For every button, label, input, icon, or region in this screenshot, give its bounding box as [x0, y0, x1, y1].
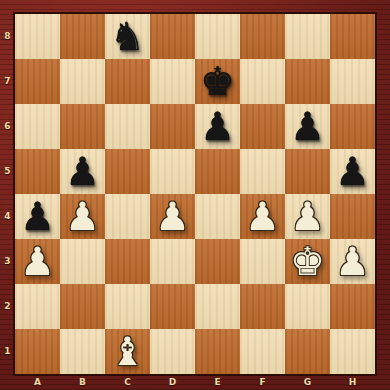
- chessboard-frame: ♞♚♟♟♟♟♟♟♟♟♟♟♚♟♝ 87654321 ABCDEFGH: [0, 0, 390, 390]
- square-b6[interactable]: [60, 104, 105, 149]
- square-c2[interactable]: [105, 284, 150, 329]
- black-king[interactable]: ♚: [200, 59, 235, 104]
- square-h4[interactable]: [330, 194, 375, 239]
- square-d6[interactable]: [150, 104, 195, 149]
- black-pawn[interactable]: ♟: [335, 149, 370, 194]
- rank-label-7: 7: [0, 59, 15, 104]
- square-g8[interactable]: [285, 14, 330, 59]
- square-g4[interactable]: ♟: [285, 194, 330, 239]
- white-pawn[interactable]: ♟: [65, 194, 100, 239]
- square-e7[interactable]: ♚: [195, 59, 240, 104]
- square-d1[interactable]: [150, 329, 195, 374]
- square-d2[interactable]: [150, 284, 195, 329]
- square-c5[interactable]: [105, 149, 150, 194]
- square-e8[interactable]: [195, 14, 240, 59]
- file-label-h: H: [330, 375, 375, 390]
- square-h2[interactable]: [330, 284, 375, 329]
- rank-label-5: 5: [0, 149, 15, 194]
- file-label-d: D: [150, 375, 195, 390]
- square-e3[interactable]: [195, 239, 240, 284]
- square-f4[interactable]: ♟: [240, 194, 285, 239]
- square-f6[interactable]: [240, 104, 285, 149]
- white-bishop[interactable]: ♝: [110, 329, 145, 374]
- square-c1[interactable]: ♝: [105, 329, 150, 374]
- square-e6[interactable]: ♟: [195, 104, 240, 149]
- white-pawn[interactable]: ♟: [155, 194, 190, 239]
- square-d5[interactable]: [150, 149, 195, 194]
- white-pawn[interactable]: ♟: [335, 239, 370, 284]
- rank-label-4: 4: [0, 194, 15, 239]
- square-g1[interactable]: [285, 329, 330, 374]
- square-d7[interactable]: [150, 59, 195, 104]
- square-f7[interactable]: [240, 59, 285, 104]
- black-pawn[interactable]: ♟: [290, 104, 325, 149]
- black-pawn[interactable]: ♟: [200, 104, 235, 149]
- square-b2[interactable]: [60, 284, 105, 329]
- square-h6[interactable]: [330, 104, 375, 149]
- chessboard: ♞♚♟♟♟♟♟♟♟♟♟♟♚♟♝: [15, 14, 375, 374]
- square-g3[interactable]: ♚: [285, 239, 330, 284]
- square-d4[interactable]: ♟: [150, 194, 195, 239]
- square-e5[interactable]: [195, 149, 240, 194]
- square-f1[interactable]: [240, 329, 285, 374]
- square-a3[interactable]: ♟: [15, 239, 60, 284]
- square-f3[interactable]: [240, 239, 285, 284]
- rank-label-3: 3: [0, 239, 15, 284]
- square-a4[interactable]: ♟: [15, 194, 60, 239]
- square-e4[interactable]: [195, 194, 240, 239]
- white-pawn[interactable]: ♟: [245, 194, 280, 239]
- square-b3[interactable]: [60, 239, 105, 284]
- file-label-e: E: [195, 375, 240, 390]
- file-label-g: G: [285, 375, 330, 390]
- square-g2[interactable]: [285, 284, 330, 329]
- square-b7[interactable]: [60, 59, 105, 104]
- rank-label-1: 1: [0, 329, 15, 374]
- black-knight[interactable]: ♞: [110, 14, 145, 59]
- square-g5[interactable]: [285, 149, 330, 194]
- file-label-a: A: [15, 375, 60, 390]
- file-label-c: C: [105, 375, 150, 390]
- rank-label-2: 2: [0, 284, 15, 329]
- square-a6[interactable]: [15, 104, 60, 149]
- square-b5[interactable]: ♟: [60, 149, 105, 194]
- rank-label-8: 8: [0, 14, 15, 59]
- square-g6[interactable]: ♟: [285, 104, 330, 149]
- square-h8[interactable]: [330, 14, 375, 59]
- white-pawn[interactable]: ♟: [20, 239, 55, 284]
- square-d3[interactable]: [150, 239, 195, 284]
- square-b8[interactable]: [60, 14, 105, 59]
- white-pawn[interactable]: ♟: [290, 194, 325, 239]
- square-h1[interactable]: [330, 329, 375, 374]
- square-a7[interactable]: [15, 59, 60, 104]
- black-pawn[interactable]: ♟: [20, 194, 55, 239]
- square-a2[interactable]: [15, 284, 60, 329]
- square-c6[interactable]: [105, 104, 150, 149]
- square-h7[interactable]: [330, 59, 375, 104]
- square-e2[interactable]: [195, 284, 240, 329]
- square-a5[interactable]: [15, 149, 60, 194]
- white-king[interactable]: ♚: [290, 239, 325, 284]
- square-f2[interactable]: [240, 284, 285, 329]
- square-f8[interactable]: [240, 14, 285, 59]
- square-c7[interactable]: [105, 59, 150, 104]
- square-c8[interactable]: ♞: [105, 14, 150, 59]
- black-pawn[interactable]: ♟: [65, 149, 100, 194]
- square-b4[interactable]: ♟: [60, 194, 105, 239]
- square-h5[interactable]: ♟: [330, 149, 375, 194]
- rank-label-6: 6: [0, 104, 15, 149]
- file-label-f: F: [240, 375, 285, 390]
- square-g7[interactable]: [285, 59, 330, 104]
- file-label-b: B: [60, 375, 105, 390]
- square-d8[interactable]: [150, 14, 195, 59]
- square-c4[interactable]: [105, 194, 150, 239]
- square-e1[interactable]: [195, 329, 240, 374]
- square-h3[interactable]: ♟: [330, 239, 375, 284]
- square-c3[interactable]: [105, 239, 150, 284]
- square-b1[interactable]: [60, 329, 105, 374]
- square-a8[interactable]: [15, 14, 60, 59]
- square-f5[interactable]: [240, 149, 285, 194]
- square-a1[interactable]: [15, 329, 60, 374]
